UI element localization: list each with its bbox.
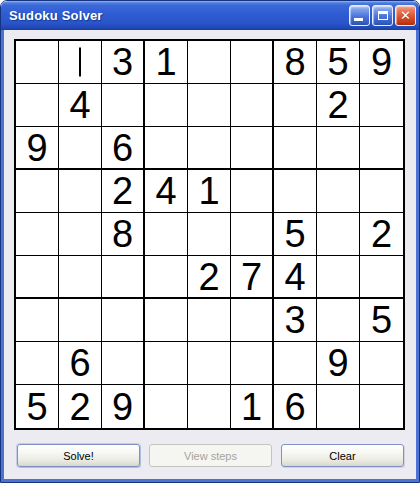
solve-button[interactable]: Solve! (17, 444, 140, 467)
cell-r8c3[interactable] (102, 342, 145, 385)
cell-r5c2[interactable] (59, 213, 102, 256)
cell-r9c3[interactable]: 9 (102, 385, 145, 428)
cell-r7c3[interactable] (102, 299, 145, 342)
cell-r4c3[interactable]: 2 (102, 170, 145, 213)
cell-r5c1[interactable] (16, 213, 59, 256)
cell-r4c1[interactable] (16, 170, 59, 213)
cell-r2c6[interactable] (231, 84, 274, 127)
cell-r3c1[interactable]: 9 (16, 127, 59, 170)
cell-r9c5[interactable] (188, 385, 231, 428)
cell-r1c8[interactable]: 5 (317, 41, 360, 84)
clear-button[interactable]: Clear (281, 444, 404, 467)
cell-r5c7[interactable]: 5 (274, 213, 317, 256)
cell-r3c7[interactable] (274, 127, 317, 170)
sudoku-grid: 318594296241852274356952916 (14, 39, 405, 430)
cell-r1c4[interactable]: 1 (145, 41, 188, 84)
cell-r6c1[interactable] (16, 256, 59, 299)
cell-r2c9[interactable] (360, 84, 403, 127)
titlebar[interactable]: Sudoku Solver ✕ (1, 1, 419, 30)
cell-r6c4[interactable] (145, 256, 188, 299)
cell-r8c2[interactable]: 6 (59, 342, 102, 385)
cell-r7c9[interactable]: 5 (360, 299, 403, 342)
cell-r4c6[interactable] (231, 170, 274, 213)
cell-r3c4[interactable] (145, 127, 188, 170)
cell-r8c8[interactable]: 9 (317, 342, 360, 385)
cell-r6c9[interactable] (360, 256, 403, 299)
cell-r2c4[interactable] (145, 84, 188, 127)
cell-r5c9[interactable]: 2 (360, 213, 403, 256)
cell-r7c2[interactable] (59, 299, 102, 342)
cell-r8c7[interactable] (274, 342, 317, 385)
cell-r7c5[interactable] (188, 299, 231, 342)
cell-r4c2[interactable] (59, 170, 102, 213)
cell-r2c2[interactable]: 4 (59, 84, 102, 127)
cell-r8c9[interactable] (360, 342, 403, 385)
cell-r3c6[interactable] (231, 127, 274, 170)
cell-r9c1[interactable]: 5 (16, 385, 59, 428)
cell-r4c8[interactable] (317, 170, 360, 213)
cell-r5c5[interactable] (188, 213, 231, 256)
cell-r4c7[interactable] (274, 170, 317, 213)
cell-r2c3[interactable] (102, 84, 145, 127)
cell-r9c2[interactable]: 2 (59, 385, 102, 428)
view-steps-button[interactable]: View steps (149, 444, 272, 467)
cell-r7c7[interactable]: 3 (274, 299, 317, 342)
window-controls: ✕ (349, 5, 416, 26)
cell-r5c4[interactable] (145, 213, 188, 256)
cell-r2c8[interactable]: 2 (317, 84, 360, 127)
cell-r1c2[interactable] (59, 41, 102, 84)
cell-r9c8[interactable] (317, 385, 360, 428)
minimize-button[interactable] (349, 5, 370, 26)
cell-r3c8[interactable] (317, 127, 360, 170)
close-button[interactable]: ✕ (395, 5, 416, 26)
cell-r3c9[interactable] (360, 127, 403, 170)
cell-r8c4[interactable] (145, 342, 188, 385)
cell-r3c5[interactable] (188, 127, 231, 170)
cell-r6c3[interactable] (102, 256, 145, 299)
cell-r5c6[interactable] (231, 213, 274, 256)
button-row: Solve! View steps Clear (4, 444, 416, 467)
cell-r6c6[interactable]: 7 (231, 256, 274, 299)
cell-r9c6[interactable]: 1 (231, 385, 274, 428)
cell-r8c1[interactable] (16, 342, 59, 385)
text-caret (79, 48, 81, 77)
cell-r6c8[interactable] (317, 256, 360, 299)
cell-r1c5[interactable] (188, 41, 231, 84)
cell-r1c6[interactable] (231, 41, 274, 84)
cell-r4c9[interactable] (360, 170, 403, 213)
cell-r4c4[interactable]: 4 (145, 170, 188, 213)
cell-r6c2[interactable] (59, 256, 102, 299)
cell-r5c3[interactable]: 8 (102, 213, 145, 256)
cell-r7c4[interactable] (145, 299, 188, 342)
cell-r3c3[interactable]: 6 (102, 127, 145, 170)
window-title: Sudoku Solver (1, 8, 103, 23)
client-area: 318594296241852274356952916 Solve! View … (1, 30, 419, 483)
cell-r7c1[interactable] (16, 299, 59, 342)
cell-r4c5[interactable]: 1 (188, 170, 231, 213)
cell-r1c1[interactable] (16, 41, 59, 84)
app-window: Sudoku Solver ✕ 318594296241852274356952… (0, 0, 420, 483)
cell-r8c6[interactable] (231, 342, 274, 385)
maximize-button[interactable] (372, 5, 393, 26)
cell-r9c9[interactable] (360, 385, 403, 428)
cell-r2c7[interactable] (274, 84, 317, 127)
cell-r2c1[interactable] (16, 84, 59, 127)
close-icon: ✕ (400, 9, 411, 22)
cell-r9c4[interactable] (145, 385, 188, 428)
minimize-icon (354, 18, 363, 21)
cell-r1c3[interactable]: 3 (102, 41, 145, 84)
cell-r1c7[interactable]: 8 (274, 41, 317, 84)
cell-r7c8[interactable] (317, 299, 360, 342)
cell-r9c7[interactable]: 6 (274, 385, 317, 428)
cell-r6c5[interactable]: 2 (188, 256, 231, 299)
maximize-icon (378, 11, 388, 20)
cell-r3c2[interactable] (59, 127, 102, 170)
cell-r7c6[interactable] (231, 299, 274, 342)
cell-r2c5[interactable] (188, 84, 231, 127)
cell-r6c7[interactable]: 4 (274, 256, 317, 299)
cell-r8c5[interactable] (188, 342, 231, 385)
cell-r5c8[interactable] (317, 213, 360, 256)
cell-r1c9[interactable]: 9 (360, 41, 403, 84)
